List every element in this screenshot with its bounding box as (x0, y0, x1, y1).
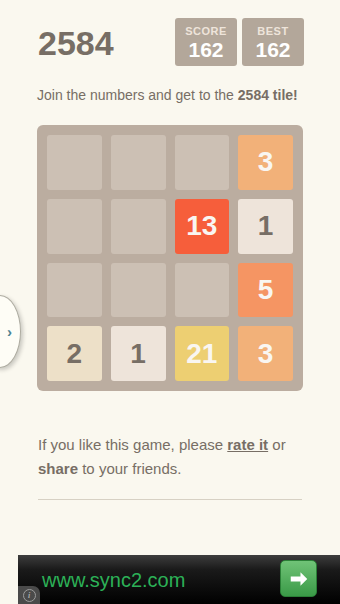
subtitle-prefix: Join the numbers and get to the (37, 87, 238, 103)
arrow-right-icon (288, 568, 310, 590)
info-icon: i (23, 589, 36, 602)
empty-cell (47, 135, 102, 190)
footer-suffix: to your friends. (78, 460, 181, 477)
empty-cell (47, 263, 102, 318)
ad-arrow-button[interactable] (280, 560, 317, 597)
empty-cell (175, 135, 230, 190)
tile-3: 3 (238, 326, 293, 381)
empty-cell (175, 263, 230, 318)
score-value: 162 (175, 38, 237, 62)
empty-cell (111, 199, 166, 254)
best-box: BEST 162 (242, 18, 304, 66)
best-value: 162 (242, 38, 304, 62)
tile-1: 1 (111, 326, 166, 381)
tile-1: 1 (238, 199, 293, 254)
empty-cell (47, 199, 102, 254)
tile-13: 13 (175, 199, 230, 254)
tile-3: 3 (238, 135, 293, 190)
footer-prefix: If you like this game, please (38, 436, 227, 453)
chevron-right-icon: › (7, 323, 12, 340)
rate-link[interactable]: rate it (227, 436, 268, 453)
subtitle: Join the numbers and get to the 2584 til… (37, 87, 298, 103)
game-title: 2584 (38, 24, 114, 62)
score-label: SCORE (175, 25, 237, 37)
subtitle-goal: 2584 tile! (238, 87, 298, 103)
empty-cell (111, 135, 166, 190)
ad-info-tab[interactable]: i (18, 586, 40, 604)
ad-url[interactable]: www.sync2.com (42, 569, 185, 592)
tile-2: 2 (47, 326, 102, 381)
footer-text: If you like this game, please rate it or… (38, 433, 320, 481)
empty-cell (111, 263, 166, 318)
game-board[interactable]: 3131521213 (37, 125, 303, 391)
divider (38, 499, 302, 500)
drawer-handle[interactable]: › (0, 295, 21, 368)
tile-21: 21 (175, 326, 230, 381)
footer-mid: or (268, 436, 286, 453)
share-word: share (38, 460, 78, 477)
best-label: BEST (242, 25, 304, 37)
score-box: SCORE 162 (175, 18, 237, 66)
ad-banner[interactable]: www.sync2.com i (18, 555, 340, 604)
tile-5: 5 (238, 263, 293, 318)
